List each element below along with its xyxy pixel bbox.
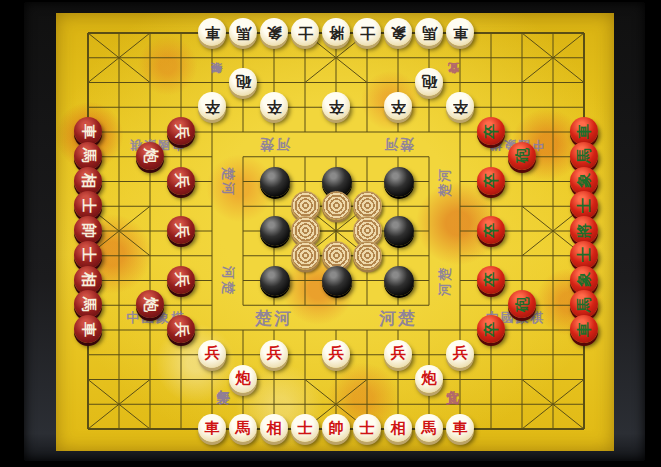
piece-character: 兵 bbox=[453, 346, 468, 361]
black-stone[interactable] bbox=[384, 216, 414, 246]
piece-east-卒[interactable]: 卒 bbox=[477, 266, 505, 294]
piece-south-兵[interactable]: 兵 bbox=[322, 340, 350, 368]
piece-east-卒[interactable]: 卒 bbox=[477, 315, 505, 343]
piece-north-馬[interactable]: 馬 bbox=[415, 18, 443, 46]
piece-character: 卒 bbox=[205, 99, 220, 114]
piece-south-炮[interactable]: 炮 bbox=[415, 365, 443, 393]
piece-south-馬[interactable]: 馬 bbox=[415, 414, 443, 442]
piece-character: 士 bbox=[577, 247, 592, 262]
piece-south-兵[interactable]: 兵 bbox=[384, 340, 412, 368]
piece-east-士[interactable]: 士 bbox=[570, 241, 598, 269]
piece-north-士[interactable]: 士 bbox=[291, 18, 319, 46]
piece-character: 兵 bbox=[174, 272, 189, 287]
piece-character: 車 bbox=[577, 322, 592, 337]
piece-west-炮[interactable]: 炮 bbox=[136, 142, 164, 170]
piece-character: 兵 bbox=[174, 124, 189, 139]
piece-character: 炮 bbox=[236, 371, 251, 386]
piece-south-車[interactable]: 車 bbox=[198, 414, 226, 442]
piece-character: 馬 bbox=[577, 297, 592, 312]
piece-character: 砲 bbox=[422, 74, 437, 89]
piece-character: 士 bbox=[298, 421, 313, 436]
piece-character: 帥 bbox=[329, 421, 344, 436]
piece-character: 卒 bbox=[453, 99, 468, 114]
piece-character: 兵 bbox=[205, 346, 220, 361]
piece-character: 士 bbox=[577, 198, 592, 213]
piece-north-車[interactable]: 車 bbox=[446, 18, 474, 46]
piece-west-馬[interactable]: 馬 bbox=[74, 142, 102, 170]
piece-north-車[interactable]: 車 bbox=[198, 18, 226, 46]
piece-character: 馬 bbox=[81, 297, 96, 312]
piece-east-卒[interactable]: 卒 bbox=[477, 216, 505, 244]
piece-character: 車 bbox=[205, 25, 220, 40]
piece-character: 炮 bbox=[422, 371, 437, 386]
piece-character: 砲 bbox=[515, 297, 530, 312]
piece-east-將[interactable]: 將 bbox=[570, 216, 598, 244]
piece-north-馬[interactable]: 馬 bbox=[229, 18, 257, 46]
piece-character: 象 bbox=[267, 25, 282, 40]
board-grid bbox=[56, 13, 614, 451]
piece-character: 士 bbox=[360, 421, 375, 436]
spiral-disc[interactable] bbox=[291, 241, 320, 270]
black-stone[interactable] bbox=[384, 266, 414, 296]
piece-character: 兵 bbox=[391, 346, 406, 361]
piece-south-相[interactable]: 相 bbox=[260, 414, 288, 442]
piece-character: 相 bbox=[81, 272, 96, 287]
piece-character: 炮 bbox=[143, 297, 158, 312]
piece-north-將[interactable]: 將 bbox=[322, 18, 350, 46]
piece-south-帥[interactable]: 帥 bbox=[322, 414, 350, 442]
piece-character: 卒 bbox=[484, 223, 499, 238]
piece-character: 帥 bbox=[81, 223, 96, 238]
piece-west-兵[interactable]: 兵 bbox=[167, 167, 195, 195]
piece-character: 車 bbox=[205, 421, 220, 436]
piece-character: 兵 bbox=[329, 346, 344, 361]
piece-south-兵[interactable]: 兵 bbox=[260, 340, 288, 368]
piece-south-炮[interactable]: 炮 bbox=[229, 365, 257, 393]
piece-character: 卒 bbox=[267, 99, 282, 114]
piece-east-卒[interactable]: 卒 bbox=[477, 117, 505, 145]
piece-south-士[interactable]: 士 bbox=[291, 414, 319, 442]
piece-character: 士 bbox=[81, 247, 96, 262]
piece-character: 車 bbox=[453, 421, 468, 436]
piece-character: 士 bbox=[81, 198, 96, 213]
piece-character: 兵 bbox=[174, 173, 189, 188]
piece-character: 相 bbox=[81, 173, 96, 188]
piece-north-象[interactable]: 象 bbox=[384, 18, 412, 46]
piece-south-兵[interactable]: 兵 bbox=[198, 340, 226, 368]
piece-character: 馬 bbox=[81, 148, 96, 163]
piece-east-車[interactable]: 車 bbox=[570, 315, 598, 343]
piece-character: 卒 bbox=[329, 99, 344, 114]
piece-character: 兵 bbox=[174, 322, 189, 337]
piece-character: 馬 bbox=[422, 421, 437, 436]
piece-character: 相 bbox=[267, 421, 282, 436]
piece-character: 炮 bbox=[143, 148, 158, 163]
piece-east-車[interactable]: 車 bbox=[570, 117, 598, 145]
piece-character: 卒 bbox=[484, 272, 499, 287]
black-stone[interactable] bbox=[260, 216, 290, 246]
piece-west-兵[interactable]: 兵 bbox=[167, 117, 195, 145]
piece-character: 象 bbox=[577, 173, 592, 188]
piece-west-兵[interactable]: 兵 bbox=[167, 266, 195, 294]
black-stone[interactable] bbox=[322, 266, 352, 296]
piece-south-車[interactable]: 車 bbox=[446, 414, 474, 442]
piece-character: 車 bbox=[81, 124, 96, 139]
piece-north-象[interactable]: 象 bbox=[260, 18, 288, 46]
photo-background: 楚河河楚河楚楚河楚河河楚楚河河楚中國象棋中國象棋中國象棋中國象棋午年製宜文化午年… bbox=[0, 0, 661, 467]
piece-south-相[interactable]: 相 bbox=[384, 414, 412, 442]
piece-south-馬[interactable]: 馬 bbox=[229, 414, 257, 442]
piece-character: 車 bbox=[81, 322, 96, 337]
black-stone[interactable] bbox=[260, 266, 290, 296]
piece-character: 卒 bbox=[484, 124, 499, 139]
black-stone[interactable] bbox=[384, 167, 414, 197]
piece-west-兵[interactable]: 兵 bbox=[167, 315, 195, 343]
piece-character: 士 bbox=[298, 25, 313, 40]
piece-character: 馬 bbox=[422, 25, 437, 40]
piece-west-士[interactable]: 士 bbox=[74, 241, 102, 269]
piece-character: 馬 bbox=[236, 421, 251, 436]
piece-character: 士 bbox=[360, 25, 375, 40]
piece-west-兵[interactable]: 兵 bbox=[167, 216, 195, 244]
piece-south-士[interactable]: 士 bbox=[353, 414, 381, 442]
piece-character: 馬 bbox=[577, 148, 592, 163]
piece-west-帥[interactable]: 帥 bbox=[74, 216, 102, 244]
piece-character: 將 bbox=[577, 223, 592, 238]
piece-east-卒[interactable]: 卒 bbox=[477, 167, 505, 195]
piece-west-車[interactable]: 車 bbox=[74, 315, 102, 343]
piece-east-砲[interactable]: 砲 bbox=[508, 142, 536, 170]
black-stone[interactable] bbox=[260, 167, 290, 197]
piece-east-馬[interactable]: 馬 bbox=[570, 142, 598, 170]
piece-north-砲[interactable]: 砲 bbox=[415, 68, 443, 96]
piece-character: 砲 bbox=[515, 148, 530, 163]
piece-character: 砲 bbox=[236, 74, 251, 89]
piece-west-車[interactable]: 車 bbox=[74, 117, 102, 145]
piece-north-砲[interactable]: 砲 bbox=[229, 68, 257, 96]
piece-character: 將 bbox=[329, 25, 344, 40]
piece-character: 馬 bbox=[236, 25, 251, 40]
piece-character: 卒 bbox=[391, 99, 406, 114]
piece-character: 卒 bbox=[484, 173, 499, 188]
piece-south-兵[interactable]: 兵 bbox=[446, 340, 474, 368]
piece-character: 車 bbox=[577, 124, 592, 139]
piece-character: 兵 bbox=[174, 223, 189, 238]
board: 楚河河楚河楚楚河楚河河楚楚河河楚中國象棋中國象棋中國象棋中國象棋午年製宜文化午年… bbox=[56, 13, 614, 451]
piece-character: 相 bbox=[391, 421, 406, 436]
piece-north-士[interactable]: 士 bbox=[353, 18, 381, 46]
piece-character: 車 bbox=[453, 25, 468, 40]
piece-character: 象 bbox=[391, 25, 406, 40]
piece-character: 卒 bbox=[484, 322, 499, 337]
piece-character: 兵 bbox=[267, 346, 282, 361]
spiral-disc[interactable] bbox=[353, 241, 382, 270]
piece-character: 象 bbox=[577, 272, 592, 287]
